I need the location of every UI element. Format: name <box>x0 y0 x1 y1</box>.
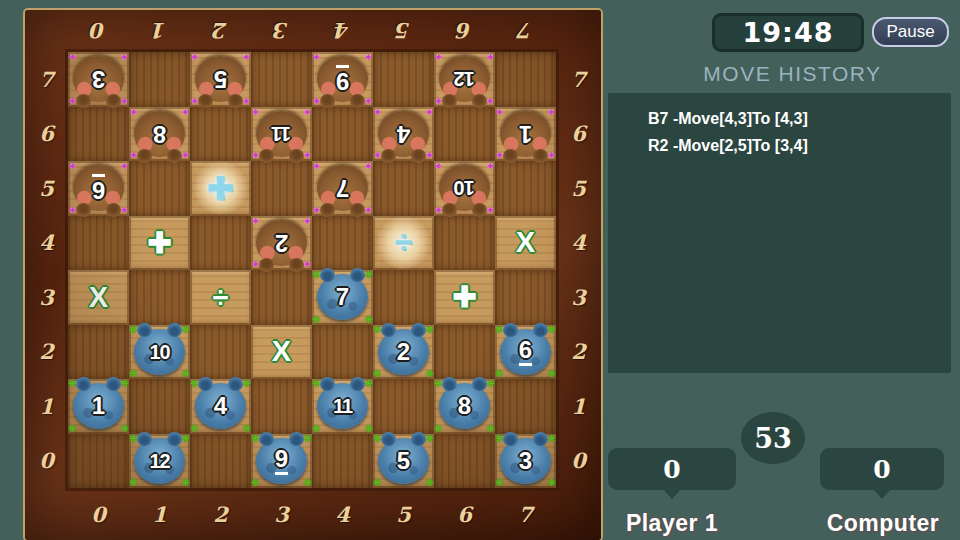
coord-label-3: 3 <box>25 270 68 325</box>
magenta-sparkle-icon: ✦ <box>486 161 495 172</box>
green-sprout-icon: ❋ <box>312 424 320 434</box>
square-r2c0[interactable] <box>68 325 129 380</box>
coord-label-2: 2 <box>190 488 251 540</box>
coord-label-3: 3 <box>251 488 312 540</box>
square-r4c6[interactable] <box>434 216 495 271</box>
magenta-sparkle-icon: ✦ <box>486 205 495 216</box>
magenta-sparkle-icon: ✦ <box>364 161 373 172</box>
player1-score-box: 0 <box>608 448 736 490</box>
magenta-sparkle-icon: ✦ <box>129 107 138 118</box>
bonus-plus-icon[interactable]: ✚ <box>190 161 251 216</box>
green-sprout-icon: ❋ <box>365 379 373 389</box>
magenta-sparkle-icon: ✦ <box>547 150 556 161</box>
green-sprout-icon: ❋ <box>365 424 373 434</box>
square-r6c1[interactable]: ✦✦✦✦8 <box>129 107 190 162</box>
green-sprout-icon: ❋ <box>365 270 373 280</box>
green-sprout-icon: ❋ <box>312 315 320 325</box>
green-sprout-icon: ❋ <box>365 315 373 325</box>
square-r0c2[interactable] <box>190 434 251 489</box>
green-sprout-icon: ❋ <box>495 478 503 488</box>
square-r1c3[interactable] <box>251 379 312 434</box>
square-r6c2[interactable] <box>190 107 251 162</box>
red-piece-4[interactable]: 4 <box>378 111 429 157</box>
square-r5c0[interactable]: ✦✦✦✦6 <box>68 161 129 216</box>
red-piece-2[interactable]: 2 <box>256 220 307 266</box>
square-r4c5[interactable]: ÷ <box>373 216 434 271</box>
green-sprout-icon: ❋ <box>251 478 259 488</box>
magenta-sparkle-icon: ✦ <box>181 150 190 161</box>
move-history-title: MOVE HISTORY <box>640 62 945 86</box>
coord-label-3: 3 <box>251 10 312 52</box>
green-sprout-icon: ❋ <box>548 369 556 379</box>
game-board: 01234567 01234567 76543210 76543210 ✦✦✦✦… <box>25 10 601 540</box>
blue-piece-6[interactable]: 6 <box>500 329 551 375</box>
magenta-sparkle-icon: ✦ <box>364 96 373 107</box>
square-r6c4[interactable] <box>312 107 373 162</box>
square-r0c6[interactable] <box>434 434 495 489</box>
coord-label-7: 7 <box>495 488 556 540</box>
square-r7c6[interactable]: ✦✦✦✦12 <box>434 52 495 107</box>
coord-label-6: 6 <box>434 488 495 540</box>
piece-number: 8 <box>153 122 166 146</box>
coord-label-5: 5 <box>373 10 434 52</box>
magenta-sparkle-icon: ✦ <box>68 52 77 63</box>
red-piece-8[interactable]: 8 <box>134 111 185 157</box>
piece-number: 12 <box>454 69 474 89</box>
green-sprout-icon: ❋ <box>182 369 190 379</box>
green-sprout-icon: ❋ <box>304 478 312 488</box>
piece-number: 11 <box>272 124 291 144</box>
coord-label-2: 2 <box>190 10 251 52</box>
magenta-sparkle-icon: ✦ <box>120 205 129 216</box>
coord-label-4: 4 <box>312 10 373 52</box>
green-sprout-icon: ❋ <box>487 379 495 389</box>
board-coords-left: 76543210 <box>25 52 68 488</box>
coord-label-0: 0 <box>68 10 129 52</box>
blue-piece-2[interactable]: 2 <box>378 329 429 375</box>
red-piece-11[interactable]: 11 <box>256 111 307 157</box>
coord-label-1: 1 <box>129 10 190 52</box>
square-r6c3[interactable]: ✦✦✦✦11 <box>251 107 312 162</box>
square-r3c2[interactable]: ÷ <box>190 270 251 325</box>
coord-label-0: 0 <box>25 434 68 489</box>
square-r7c7[interactable] <box>495 52 556 107</box>
piece-number: 3 <box>519 449 532 473</box>
green-sprout-icon: ❋ <box>434 424 442 434</box>
magenta-sparkle-icon: ✦ <box>120 52 129 63</box>
magenta-sparkle-icon: ✦ <box>242 52 251 63</box>
square-r6c5[interactable]: ✦✦✦✦4 <box>373 107 434 162</box>
red-piece-10[interactable]: 10 <box>439 165 490 211</box>
square-r7c2[interactable]: ✦✦✦✦5 <box>190 52 251 107</box>
square-r2c2[interactable] <box>190 325 251 380</box>
green-sprout-icon: ❋ <box>182 478 190 488</box>
plus-symbol: ✚ <box>129 216 190 271</box>
piece-number: 11 <box>333 396 352 416</box>
coord-label-1: 1 <box>556 379 601 434</box>
multiply-symbol: X <box>251 325 312 380</box>
square-r0c3[interactable]: ❋❋❋❋9 <box>251 434 312 489</box>
square-r1c4[interactable]: ❋❋❋❋11 <box>312 379 373 434</box>
center-score-badge: 53 <box>741 412 805 464</box>
magenta-sparkle-icon: ✦ <box>373 107 382 118</box>
green-sprout-icon: ❋ <box>373 369 381 379</box>
square-r2c6[interactable] <box>434 325 495 380</box>
coord-label-7: 7 <box>25 52 68 107</box>
magenta-sparkle-icon: ✦ <box>312 161 321 172</box>
piece-number: 7 <box>336 285 349 309</box>
square-r5c3[interactable] <box>251 161 312 216</box>
magenta-sparkle-icon: ✦ <box>242 96 251 107</box>
green-sprout-icon: ❋ <box>487 424 495 434</box>
green-sprout-icon: ❋ <box>304 434 312 444</box>
green-sprout-icon: ❋ <box>121 379 129 389</box>
piece-number: 1 <box>92 394 105 418</box>
piece-number: 12 <box>149 451 169 471</box>
red-piece-1[interactable]: 1 <box>500 111 551 157</box>
blue-piece-5[interactable]: 5 <box>378 438 429 484</box>
piece-number: 2 <box>275 231 288 255</box>
piece-number: 5 <box>214 67 227 91</box>
pause-button-label: Pause <box>886 22 934 42</box>
square-r5c2[interactable]: ✚ <box>190 161 251 216</box>
pause-button[interactable]: Pause <box>872 17 949 47</box>
piece-number: 7 <box>336 176 349 200</box>
green-sprout-icon: ❋ <box>129 478 137 488</box>
computer-score-box: 0 <box>820 448 944 490</box>
magenta-sparkle-icon: ✦ <box>251 107 260 118</box>
square-r0c1[interactable]: ❋❋❋❋12 <box>129 434 190 489</box>
square-r5c1[interactable] <box>129 161 190 216</box>
board-coords-right: 76543210 <box>556 52 601 488</box>
square-r3c1[interactable] <box>129 270 190 325</box>
history-entry: R2 -Move[2,5]To [3,4] <box>648 132 951 159</box>
piece-number: 10 <box>454 178 474 198</box>
coord-label-6: 6 <box>556 107 601 162</box>
timer-value: 19:48 <box>743 17 834 48</box>
square-r4c7[interactable]: X <box>495 216 556 271</box>
magenta-sparkle-icon: ✦ <box>364 205 373 216</box>
piece-number: 8 <box>458 394 471 418</box>
blue-piece-11[interactable]: 11 <box>317 383 368 429</box>
coord-label-1: 1 <box>129 488 190 540</box>
coord-label-2: 2 <box>556 325 601 380</box>
coord-label-6: 6 <box>25 107 68 162</box>
green-sprout-icon: ❋ <box>426 369 434 379</box>
board-grid: ✦✦✦✦3✦✦✦✦5✦✦✦✦9✦✦✦✦12✦✦✦✦8✦✦✦✦11✦✦✦✦4✦✦✦… <box>68 52 556 488</box>
piece-number: 4 <box>397 122 410 146</box>
coord-label-3: 3 <box>556 270 601 325</box>
square-r4c1[interactable]: ✚ <box>129 216 190 271</box>
red-piece-9[interactable]: 9 <box>317 56 368 102</box>
square-r5c4[interactable]: ✦✦✦✦7 <box>312 161 373 216</box>
square-r5c7[interactable] <box>495 161 556 216</box>
red-piece-12[interactable]: 12 <box>439 56 490 102</box>
piece-number: 1 <box>519 122 532 146</box>
square-r7c4[interactable]: ✦✦✦✦9 <box>312 52 373 107</box>
square-r2c3[interactable]: X <box>251 325 312 380</box>
coord-label-1: 1 <box>25 379 68 434</box>
square-r3c7[interactable] <box>495 270 556 325</box>
magenta-sparkle-icon: ✦ <box>434 161 443 172</box>
square-r1c0[interactable]: ❋❋❋❋1 <box>68 379 129 434</box>
coord-label-0: 0 <box>556 434 601 489</box>
red-piece-6[interactable]: 6 <box>73 165 124 211</box>
piece-number: 9 <box>275 447 288 475</box>
blue-piece-7[interactable]: 7 <box>317 274 368 320</box>
square-r2c5[interactable]: ❋❋❋❋2 <box>373 325 434 380</box>
piece-number: 9 <box>336 65 349 93</box>
green-sprout-icon: ❋ <box>548 434 556 444</box>
square-r0c5[interactable]: ❋❋❋❋5 <box>373 434 434 489</box>
magenta-sparkle-icon: ✦ <box>312 52 321 63</box>
center-score-value: 53 <box>754 423 792 454</box>
square-r6c7[interactable]: ✦✦✦✦1 <box>495 107 556 162</box>
computer-label: Computer <box>816 510 950 537</box>
square-r1c6[interactable]: ❋❋❋❋8 <box>434 379 495 434</box>
coord-label-4: 4 <box>556 216 601 271</box>
square-r2c1[interactable]: ❋❋❋❋10 <box>129 325 190 380</box>
coord-label-6: 6 <box>434 10 495 52</box>
square-r3c4[interactable]: ❋❋❋❋7 <box>312 270 373 325</box>
magenta-sparkle-icon: ✦ <box>181 107 190 118</box>
square-r7c3[interactable] <box>251 52 312 107</box>
red-piece-5[interactable]: 5 <box>195 56 246 102</box>
square-r6c0[interactable] <box>68 107 129 162</box>
magenta-sparkle-icon: ✦ <box>303 216 312 227</box>
square-r7c5[interactable] <box>373 52 434 107</box>
square-r3c3[interactable] <box>251 270 312 325</box>
magenta-sparkle-icon: ✦ <box>68 161 77 172</box>
red-piece-3[interactable]: 3 <box>73 56 124 102</box>
green-sprout-icon: ❋ <box>243 424 251 434</box>
magenta-sparkle-icon: ✦ <box>486 96 495 107</box>
green-sprout-icon: ❋ <box>243 379 251 389</box>
green-sprout-icon: ❋ <box>373 478 381 488</box>
green-sprout-icon: ❋ <box>548 478 556 488</box>
green-sprout-icon: ❋ <box>426 478 434 488</box>
magenta-sparkle-icon: ✦ <box>303 150 312 161</box>
square-r5c5[interactable] <box>373 161 434 216</box>
magenta-sparkle-icon: ✦ <box>425 150 434 161</box>
board-coords-top: 01234567 <box>68 10 556 52</box>
piece-number: 6 <box>92 174 105 202</box>
green-sprout-icon: ❋ <box>182 325 190 335</box>
square-r0c4[interactable] <box>312 434 373 489</box>
piece-number: 6 <box>519 338 532 366</box>
blue-piece-3[interactable]: 3 <box>500 438 551 484</box>
square-r0c7[interactable]: ❋❋❋❋3 <box>495 434 556 489</box>
magenta-sparkle-icon: ✦ <box>303 259 312 270</box>
square-r1c7[interactable] <box>495 379 556 434</box>
magenta-sparkle-icon: ✦ <box>364 52 373 63</box>
move-history-list[interactable]: B7 -Move[4,3]To [4,3]R2 -Move[2,5]To [3,… <box>608 93 951 373</box>
coord-label-5: 5 <box>556 161 601 216</box>
computer-score: 0 <box>873 455 890 484</box>
green-sprout-icon: ❋ <box>190 424 198 434</box>
blue-piece-9[interactable]: 9 <box>256 438 307 484</box>
coord-label-4: 4 <box>25 216 68 271</box>
green-sprout-icon: ❋ <box>182 434 190 444</box>
green-sprout-icon: ❋ <box>121 424 129 434</box>
multiply-symbol: X <box>495 216 556 271</box>
blue-piece-8[interactable]: 8 <box>439 383 490 429</box>
square-r7c0[interactable]: ✦✦✦✦3 <box>68 52 129 107</box>
square-r0c0[interactable] <box>68 434 129 489</box>
player1-score: 0 <box>663 455 680 484</box>
magenta-sparkle-icon: ✦ <box>120 161 129 172</box>
plus-symbol: ✚ <box>434 270 495 325</box>
square-r7c1[interactable] <box>129 52 190 107</box>
square-r4c0[interactable] <box>68 216 129 271</box>
green-sprout-icon: ❋ <box>495 369 503 379</box>
square-r4c4[interactable] <box>312 216 373 271</box>
red-piece-7[interactable]: 7 <box>317 165 368 211</box>
magenta-sparkle-icon: ✦ <box>547 107 556 118</box>
green-sprout-icon: ❋ <box>426 325 434 335</box>
coord-label-2: 2 <box>25 325 68 380</box>
piece-number: 10 <box>149 342 169 362</box>
multiply-symbol: X <box>68 270 129 325</box>
coord-label-7: 7 <box>495 10 556 52</box>
magenta-sparkle-icon: ✦ <box>303 107 312 118</box>
piece-number: 3 <box>92 67 105 91</box>
green-sprout-icon: ❋ <box>68 424 76 434</box>
board-coords-bottom: 01234567 <box>68 488 556 540</box>
square-r3c0[interactable]: X <box>68 270 129 325</box>
piece-number: 4 <box>214 394 227 418</box>
square-r3c5[interactable] <box>373 270 434 325</box>
square-r5c6[interactable]: ✦✦✦✦10 <box>434 161 495 216</box>
magenta-sparkle-icon: ✦ <box>434 52 443 63</box>
coord-label-5: 5 <box>373 488 434 540</box>
bonus-divide-icon[interactable]: ÷ <box>373 216 434 271</box>
history-entry: B7 -Move[4,3]To [4,3] <box>648 105 951 132</box>
square-r1c2[interactable]: ❋❋❋❋4 <box>190 379 251 434</box>
magenta-sparkle-icon: ✦ <box>190 52 199 63</box>
piece-number: 5 <box>397 449 410 473</box>
coord-label-5: 5 <box>25 161 68 216</box>
blue-piece-1[interactable]: 1 <box>73 383 124 429</box>
game-timer: 19:48 <box>712 13 864 52</box>
blue-piece-12[interactable]: 12 <box>134 438 185 484</box>
blue-piece-10[interactable]: 10 <box>134 329 185 375</box>
divide-symbol: ÷ <box>190 270 251 325</box>
square-r4c3[interactable]: ✦✦✦✦2 <box>251 216 312 271</box>
magenta-sparkle-icon: ✦ <box>251 216 260 227</box>
player1-label: Player 1 <box>606 510 738 537</box>
square-r2c4[interactable] <box>312 325 373 380</box>
green-sprout-icon: ❋ <box>129 369 137 379</box>
magenta-sparkle-icon: ✦ <box>425 107 434 118</box>
square-r1c5[interactable] <box>373 379 434 434</box>
coord-label-0: 0 <box>68 488 129 540</box>
magenta-sparkle-icon: ✦ <box>120 96 129 107</box>
square-r1c1[interactable] <box>129 379 190 434</box>
square-r6c6[interactable] <box>434 107 495 162</box>
square-r2c7[interactable]: ❋❋❋❋6 <box>495 325 556 380</box>
green-sprout-icon: ❋ <box>548 325 556 335</box>
square-r3c6[interactable]: ✚ <box>434 270 495 325</box>
coord-label-7: 7 <box>556 52 601 107</box>
green-sprout-icon: ❋ <box>426 434 434 444</box>
blue-piece-4[interactable]: 4 <box>195 383 246 429</box>
piece-number: 2 <box>397 340 410 364</box>
magenta-sparkle-icon: ✦ <box>495 107 504 118</box>
coord-label-4: 4 <box>312 488 373 540</box>
magenta-sparkle-icon: ✦ <box>486 52 495 63</box>
square-r4c2[interactable] <box>190 216 251 271</box>
